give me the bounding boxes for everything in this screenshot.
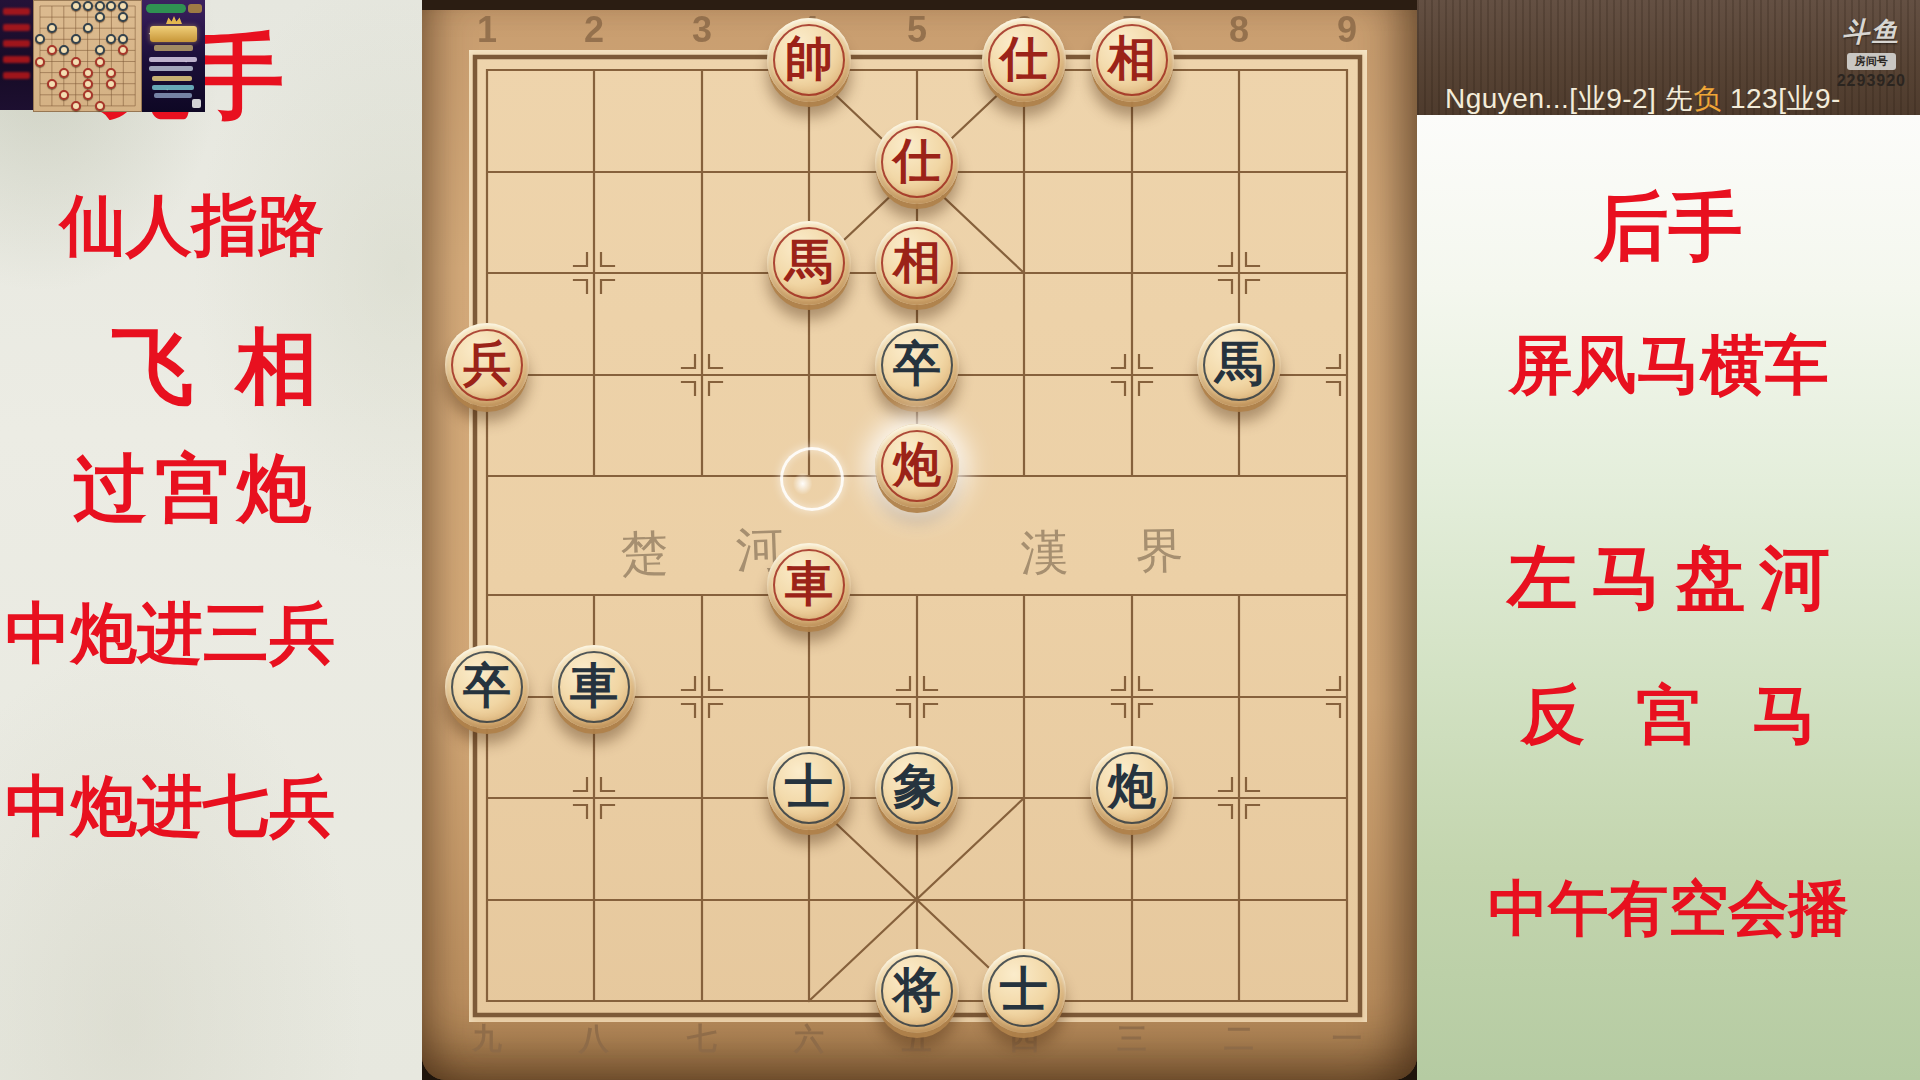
mini-board-piece bbox=[83, 90, 93, 100]
piece-red-cannon-f5r5[interactable]: 炮 bbox=[875, 424, 959, 508]
piece-character: 象 bbox=[893, 762, 941, 810]
file-label-bottom-六: 六 bbox=[779, 1024, 839, 1054]
left-sidebar bbox=[0, 0, 422, 1080]
piece-black-advisor-f4r8[interactable]: 士 bbox=[767, 746, 851, 830]
piece-black-pawn-f1r7[interactable]: 卒 bbox=[445, 645, 529, 729]
piece-character: 車 bbox=[785, 559, 833, 607]
piece-black-pawn-f5r4[interactable]: 卒 bbox=[875, 323, 959, 407]
mini-board-piece bbox=[71, 57, 81, 67]
piece-red-horse-f4r3[interactable]: 馬 bbox=[767, 221, 851, 305]
mini-board-piece bbox=[47, 79, 57, 89]
piece-character: 炮 bbox=[1108, 762, 1156, 810]
piece-character: 炮 bbox=[893, 440, 941, 488]
douyu-logo-icon: 斗鱼 bbox=[1837, 14, 1906, 50]
right-note-2: 左马盘河 bbox=[1417, 543, 1920, 613]
left-note-3: 中炮进三兵 bbox=[0, 600, 340, 666]
piece-black-general-f5r10[interactable]: 将 bbox=[875, 949, 959, 1033]
right-note-3: 反宫马 bbox=[1417, 683, 1920, 747]
xiangqi-board[interactable]: 楚 河 漢 界 123456789九八七六五四三二一帥仕相仕馬相兵卒馬炮車卒車士… bbox=[422, 0, 1417, 1080]
piece-red-advisor-f5r2[interactable]: 仕 bbox=[875, 120, 959, 204]
piece-red-advisor-f6r1[interactable]: 仕 bbox=[982, 18, 1066, 102]
poster-badge bbox=[146, 4, 186, 13]
poster-corner-icon bbox=[192, 99, 201, 108]
strip-text-bar bbox=[3, 72, 30, 79]
mini-board-piece bbox=[83, 68, 93, 78]
strip-text-bar bbox=[3, 8, 30, 15]
piece-red-general-f4r1[interactable]: 帥 bbox=[767, 18, 851, 102]
piece-character: 車 bbox=[570, 661, 618, 709]
piece-character: 仕 bbox=[1000, 34, 1048, 82]
file-label-top-3: 3 bbox=[672, 12, 732, 48]
mini-board-piece bbox=[59, 68, 69, 78]
poster-text-bar bbox=[154, 93, 192, 98]
piece-character: 相 bbox=[1108, 34, 1156, 82]
mini-board-piece bbox=[83, 79, 93, 89]
mini-board-piece bbox=[35, 57, 45, 67]
mini-board-piece bbox=[95, 12, 105, 22]
file-label-top-2: 2 bbox=[564, 12, 624, 48]
river-label-right: 漢 界 bbox=[941, 517, 1262, 587]
file-label-bottom-九: 九 bbox=[457, 1024, 517, 1054]
piece-character: 帥 bbox=[785, 34, 833, 82]
poster-title-plate bbox=[150, 26, 197, 42]
piece-red-pawn-f1r4[interactable]: 兵 bbox=[445, 323, 529, 407]
left-note-1: 飞相 bbox=[0, 326, 430, 408]
piece-character: 馬 bbox=[1215, 339, 1263, 387]
right-sidebar: 后手 屏风马横车 左马盘河 反宫马 中午有空会播 bbox=[1417, 115, 1920, 1080]
mini-board-piece bbox=[95, 101, 105, 111]
event-poster-thumbnail bbox=[142, 0, 205, 112]
poster-badge2 bbox=[188, 4, 202, 13]
mini-board-piece bbox=[59, 90, 69, 100]
piece-character: 卒 bbox=[463, 661, 511, 709]
left-note-4: 中炮进七兵 bbox=[0, 773, 340, 839]
stream-screenshot: { "game": "xiangqi", "position": { "orie… bbox=[0, 0, 1920, 1080]
poster-text-bar bbox=[149, 66, 193, 71]
left-note-0: 仙人指路 bbox=[0, 192, 384, 258]
mini-board-piece bbox=[106, 68, 116, 78]
file-label-top-8: 8 bbox=[1209, 12, 1269, 48]
right-note-1: 屏风马横车 bbox=[1417, 333, 1920, 397]
mini-board-piece bbox=[71, 34, 81, 44]
right-note-4: 中午有空会播 bbox=[1417, 879, 1920, 939]
piece-character: 卒 bbox=[893, 339, 941, 387]
piece-black-chariot-f2r7[interactable]: 車 bbox=[552, 645, 636, 729]
strip-text-bar bbox=[3, 40, 30, 47]
last-move-highlight-ring bbox=[780, 447, 844, 511]
piece-black-cannon-f7r8[interactable]: 炮 bbox=[1090, 746, 1174, 830]
file-label-bottom-八: 八 bbox=[564, 1024, 624, 1054]
mini-board-piece bbox=[95, 45, 105, 55]
piece-red-elephant-f5r3[interactable]: 相 bbox=[875, 221, 959, 305]
douyu-watermark: 斗鱼 房间号 2293920 bbox=[1837, 14, 1906, 90]
piece-character: 馬 bbox=[785, 237, 833, 285]
match-title-prefix: Nguyen...[业9-2] 先 bbox=[1445, 83, 1693, 114]
poster-strip-thumbnail bbox=[0, 0, 33, 110]
piece-black-elephant-f5r8[interactable]: 象 bbox=[875, 746, 959, 830]
crown-icon bbox=[166, 16, 182, 24]
piece-character: 士 bbox=[1000, 965, 1048, 1013]
poster-text-bar bbox=[152, 85, 194, 90]
mini-board-piece bbox=[95, 57, 105, 67]
room-number-value: 2293920 bbox=[1837, 72, 1906, 90]
piece-red-elephant-f7r1[interactable]: 相 bbox=[1090, 18, 1174, 102]
room-number-label: 房间号 bbox=[1847, 53, 1896, 70]
mini-xiangqi-thumbnail bbox=[33, 0, 142, 112]
piece-black-advisor-f6r10[interactable]: 士 bbox=[982, 949, 1066, 1033]
match-result-highlight: 负 bbox=[1693, 83, 1722, 114]
piece-red-chariot-f4r6[interactable]: 車 bbox=[767, 543, 851, 627]
strip-text-bar bbox=[3, 56, 30, 63]
file-label-top-9: 9 bbox=[1317, 12, 1377, 48]
poster-text-bar bbox=[149, 57, 197, 62]
right-note-0: 后手 bbox=[1417, 190, 1920, 264]
poster-subtitle-bar bbox=[154, 45, 193, 51]
mini-board-piece bbox=[83, 23, 93, 33]
mini-board-piece bbox=[71, 1, 81, 11]
piece-character: 相 bbox=[893, 237, 941, 285]
piece-character: 士 bbox=[785, 762, 833, 810]
piece-black-horse-f8r4[interactable]: 馬 bbox=[1197, 323, 1281, 407]
mini-board-piece bbox=[71, 101, 81, 111]
piece-character: 兵 bbox=[463, 339, 511, 387]
piece-character: 将 bbox=[893, 965, 941, 1013]
mini-board-piece bbox=[95, 1, 105, 11]
file-label-bottom-三: 三 bbox=[1102, 1024, 1162, 1054]
match-title-suffix: 123[业9- bbox=[1722, 83, 1841, 114]
file-label-bottom-二: 二 bbox=[1209, 1024, 1269, 1054]
file-label-top-5: 5 bbox=[887, 12, 947, 48]
mini-board-piece bbox=[83, 1, 93, 11]
file-label-top-1: 1 bbox=[457, 12, 517, 48]
file-label-bottom-七: 七 bbox=[672, 1024, 732, 1054]
piece-character: 仕 bbox=[893, 136, 941, 184]
stream-top-bar: Nguyen...[业9-2] 先负 123[业9- 斗鱼 房间号 229392… bbox=[1417, 0, 1920, 115]
file-label-bottom-一: 一 bbox=[1317, 1024, 1377, 1054]
left-note-2: 过宫炮 bbox=[0, 452, 384, 526]
strip-text-bar bbox=[3, 24, 30, 31]
poster-text-bar bbox=[152, 76, 192, 81]
